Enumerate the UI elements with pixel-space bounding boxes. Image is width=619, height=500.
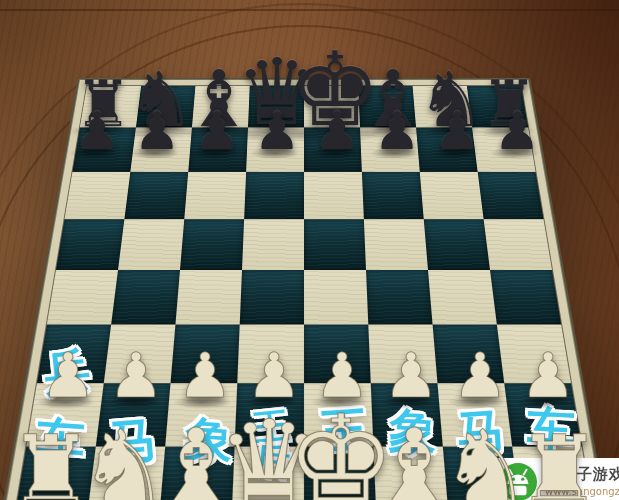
- square-c6[interactable]: [184, 172, 246, 219]
- square-a5[interactable]: [56, 219, 124, 270]
- square-a7[interactable]: [72, 127, 135, 171]
- square-b4[interactable]: [111, 270, 180, 325]
- square-c2[interactable]: [165, 383, 237, 446]
- square-d3[interactable]: [237, 325, 304, 384]
- square-b2[interactable]: [96, 383, 171, 446]
- square-d8[interactable]: [248, 86, 304, 128]
- square-e1[interactable]: [304, 447, 376, 500]
- square-h3[interactable]: [497, 325, 571, 384]
- square-h6[interactable]: [478, 172, 544, 219]
- square-b7[interactable]: [130, 127, 192, 171]
- square-f8[interactable]: [358, 86, 416, 128]
- square-c4[interactable]: [175, 270, 242, 325]
- square-g4[interactable]: [428, 270, 497, 325]
- square-g3[interactable]: [433, 325, 505, 384]
- square-f4[interactable]: [366, 270, 433, 325]
- square-f3[interactable]: [368, 325, 437, 384]
- square-a1[interactable]: [15, 447, 96, 500]
- square-d5[interactable]: [242, 219, 304, 270]
- square-e4[interactable]: [304, 270, 368, 325]
- watermark-site-url: www.sangongzi.net: [545, 486, 619, 497]
- square-a3[interactable]: [37, 325, 111, 384]
- square-c1[interactable]: [159, 447, 234, 500]
- square-g5[interactable]: [424, 219, 490, 270]
- board-grid: [15, 86, 593, 500]
- square-h5[interactable]: [484, 219, 552, 270]
- square-a8[interactable]: [80, 86, 141, 128]
- square-f6[interactable]: [362, 172, 424, 219]
- square-d4[interactable]: [240, 270, 304, 325]
- square-e7[interactable]: [304, 127, 362, 171]
- square-c3[interactable]: [171, 325, 240, 384]
- square-e8[interactable]: [304, 86, 360, 128]
- square-e3[interactable]: [304, 325, 371, 384]
- square-d1[interactable]: [232, 447, 304, 500]
- game-stage: ♜♞♝♛♚♝♞♜♟♟♟♟♟♟♟♟♟♟♟♟♟♟♟♟♜♞♝♛♚♝♞♜ 兵车马象王后王…: [0, 0, 619, 500]
- square-e5[interactable]: [304, 219, 366, 270]
- square-b6[interactable]: [124, 172, 188, 219]
- chess-board: [0, 78, 610, 500]
- square-f5[interactable]: [364, 219, 428, 270]
- sangongzi-mascot-icon: [499, 463, 537, 500]
- square-g7[interactable]: [416, 127, 478, 171]
- square-a2[interactable]: [26, 383, 103, 446]
- watermark-card: 三公子游戏网 www.sangongzi.net: [487, 458, 619, 500]
- square-f7[interactable]: [360, 127, 420, 171]
- square-e2[interactable]: [304, 383, 373, 446]
- square-b3[interactable]: [104, 325, 176, 384]
- square-b1[interactable]: [87, 447, 165, 500]
- square-c8[interactable]: [192, 86, 250, 128]
- watermark-site-name: 三公子游戏网: [545, 465, 619, 484]
- square-h7[interactable]: [472, 127, 535, 171]
- square-f2[interactable]: [371, 383, 443, 446]
- square-g2[interactable]: [437, 383, 512, 446]
- square-b8[interactable]: [136, 86, 196, 128]
- square-h2[interactable]: [504, 383, 581, 446]
- board-scene: [44, 10, 564, 500]
- square-c5[interactable]: [180, 219, 244, 270]
- square-d2[interactable]: [235, 383, 304, 446]
- square-b5[interactable]: [118, 219, 184, 270]
- square-h8[interactable]: [467, 86, 528, 128]
- square-h4[interactable]: [490, 270, 561, 325]
- square-g8[interactable]: [413, 86, 473, 128]
- square-a6[interactable]: [65, 172, 131, 219]
- square-c7[interactable]: [188, 127, 248, 171]
- square-d6[interactable]: [244, 172, 304, 219]
- square-f1[interactable]: [373, 447, 448, 500]
- square-a4[interactable]: [47, 270, 118, 325]
- square-g6[interactable]: [420, 172, 484, 219]
- square-e6[interactable]: [304, 172, 364, 219]
- square-d7[interactable]: [246, 127, 304, 171]
